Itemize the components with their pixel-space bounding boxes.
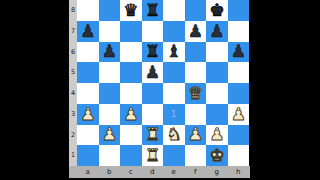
square-f7: ♟ — [185, 21, 207, 42]
file-coordinates: abcdefgh — [69, 166, 250, 180]
letterbox-right — [250, 0, 320, 180]
rank-label-5: 5 — [69, 62, 77, 83]
square-c1 — [120, 145, 142, 166]
square-f1 — [185, 145, 207, 166]
black-bishop-icon: ♝ — [166, 43, 181, 60]
square-c8: ♛ — [120, 0, 142, 21]
square-g1: ♚ — [206, 145, 228, 166]
square-a8 — [77, 0, 99, 21]
square-g7: ♟ — [206, 21, 228, 42]
square-b8 — [99, 0, 121, 21]
square-c3: ♟ — [120, 104, 142, 125]
file-label-b: b — [99, 166, 121, 178]
square-h2 — [228, 125, 250, 146]
square-g4 — [206, 83, 228, 104]
square-d6: ♜ — [142, 42, 164, 63]
white-pawn-icon: ♟ — [231, 105, 246, 122]
square-h3: ♟ — [228, 104, 250, 125]
rank-label-1: 1 — [69, 145, 77, 166]
black-pawn-icon: ♟ — [145, 64, 160, 81]
square-f3 — [185, 104, 207, 125]
white-queen-icon: ♛ — [188, 84, 203, 101]
square-e2: ♞ — [163, 125, 185, 146]
square-d7 — [142, 21, 164, 42]
square-e4 — [163, 83, 185, 104]
square-c2 — [120, 125, 142, 146]
chess-board: 87654321 ♛♜♚♟♟♟♟♜♝♟♟♛♟♟1♟♟♜♞♟♟♜♚ abcdefg… — [69, 0, 250, 180]
rank-label-8: 8 — [69, 0, 77, 21]
square-b6: ♟ — [99, 42, 121, 63]
black-rook-icon: ♜ — [145, 1, 160, 18]
square-a1 — [77, 145, 99, 166]
square-g8: ♚ — [206, 0, 228, 21]
square-c7 — [120, 21, 142, 42]
square-g6 — [206, 42, 228, 63]
white-pawn-icon: ♟ — [123, 105, 138, 122]
file-label-g: g — [206, 166, 228, 178]
rank-label-3: 3 — [69, 104, 77, 125]
square-f8 — [185, 0, 207, 21]
white-pawn-icon: ♟ — [188, 126, 203, 143]
square-h6: ♟ — [228, 42, 250, 63]
square-a4 — [77, 83, 99, 104]
black-pawn-icon: ♟ — [231, 43, 246, 60]
square-h1 — [228, 145, 250, 166]
file-label-e: e — [163, 166, 185, 178]
white-knight-icon: ♞ — [166, 126, 181, 143]
square-c5 — [120, 62, 142, 83]
square-e3: 1 — [163, 104, 185, 125]
square-h4 — [228, 83, 250, 104]
square-e6: ♝ — [163, 42, 185, 63]
watermark-digit: 1 — [163, 104, 185, 125]
square-f5 — [185, 62, 207, 83]
rank-coordinates: 87654321 — [69, 0, 77, 166]
square-b3 — [99, 104, 121, 125]
file-label-c: c — [120, 166, 142, 178]
file-label-h: h — [228, 166, 250, 178]
rank-label-2: 2 — [69, 125, 77, 146]
square-a2 — [77, 125, 99, 146]
white-pawn-icon: ♟ — [102, 126, 117, 143]
square-e5 — [163, 62, 185, 83]
square-e1 — [163, 145, 185, 166]
black-rook-icon: ♜ — [145, 43, 160, 60]
square-a3: ♟ — [77, 104, 99, 125]
white-rook-icon: ♜ — [145, 147, 160, 164]
square-f2: ♟ — [185, 125, 207, 146]
square-a5 — [77, 62, 99, 83]
black-pawn-icon: ♟ — [80, 22, 95, 39]
black-queen-icon: ♛ — [123, 1, 138, 18]
square-g3 — [206, 104, 228, 125]
square-a7: ♟ — [77, 21, 99, 42]
square-h5 — [228, 62, 250, 83]
square-b2: ♟ — [99, 125, 121, 146]
file-label-f: f — [185, 166, 207, 178]
video-frame: 87654321 ♛♜♚♟♟♟♟♜♝♟♟♛♟♟1♟♟♜♞♟♟♜♚ abcdefg… — [0, 0, 320, 180]
square-d3 — [142, 104, 164, 125]
square-d1: ♜ — [142, 145, 164, 166]
white-pawn-icon: ♟ — [80, 105, 95, 122]
black-pawn-icon: ♟ — [102, 43, 117, 60]
square-f4: ♛ — [185, 83, 207, 104]
rank-label-4: 4 — [69, 83, 77, 104]
square-d4 — [142, 83, 164, 104]
square-g5 — [206, 62, 228, 83]
square-d5: ♟ — [142, 62, 164, 83]
square-d2: ♜ — [142, 125, 164, 146]
square-b5 — [99, 62, 121, 83]
white-rook-icon: ♜ — [145, 126, 160, 143]
black-king-icon: ♚ — [209, 1, 224, 18]
black-pawn-icon: ♟ — [188, 22, 203, 39]
file-label-a: a — [77, 166, 99, 178]
rank-label-6: 6 — [69, 42, 77, 63]
square-b7 — [99, 21, 121, 42]
square-g2: ♟ — [206, 125, 228, 146]
square-a6 — [77, 42, 99, 63]
rank-label-7: 7 — [69, 21, 77, 42]
white-pawn-icon: ♟ — [209, 126, 224, 143]
square-b1 — [99, 145, 121, 166]
square-e8 — [163, 0, 185, 21]
board-squares: ♛♜♚♟♟♟♟♜♝♟♟♛♟♟1♟♟♜♞♟♟♜♚ — [77, 0, 249, 166]
square-b4 — [99, 83, 121, 104]
letterbox-left — [0, 0, 69, 180]
square-e7 — [163, 21, 185, 42]
square-d8: ♜ — [142, 0, 164, 21]
file-label-d: d — [142, 166, 164, 178]
file-strip-spacer — [69, 166, 77, 178]
square-h7 — [228, 21, 250, 42]
square-f6 — [185, 42, 207, 63]
black-pawn-icon: ♟ — [209, 22, 224, 39]
square-c6 — [120, 42, 142, 63]
square-c4 — [120, 83, 142, 104]
square-h8 — [228, 0, 250, 21]
white-king-icon: ♚ — [209, 147, 224, 164]
